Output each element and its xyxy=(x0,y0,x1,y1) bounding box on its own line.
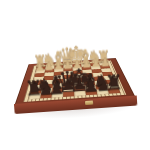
chess-board: ♜♞♝♛♚♝♞♜♟♟♟♟♟♟♟♟♟♟♟♟♟♟♟♟♜♞♝♛♚♝♞♜ xyxy=(29,62,121,99)
clasp-icon xyxy=(85,100,93,105)
ornament-border: ♜♞♝♛♚♝♞♜♟♟♟♟♟♟♟♟♟♟♟♟♟♟♟♟♜♞♝♛♚♝♞♜ xyxy=(23,60,126,102)
square-b8: ♞ xyxy=(40,93,52,99)
chess-set-photo: ♜♞♝♛♚♝♞♜♟♟♟♟♟♟♟♟♟♟♟♟♟♟♟♟♜♞♝♛♚♝♞♜ xyxy=(0,0,150,150)
square-e8: ♚ xyxy=(74,90,86,96)
square-d8: ♛ xyxy=(63,91,74,97)
square-c8: ♝ xyxy=(52,92,64,98)
square-h8: ♜ xyxy=(107,88,120,94)
